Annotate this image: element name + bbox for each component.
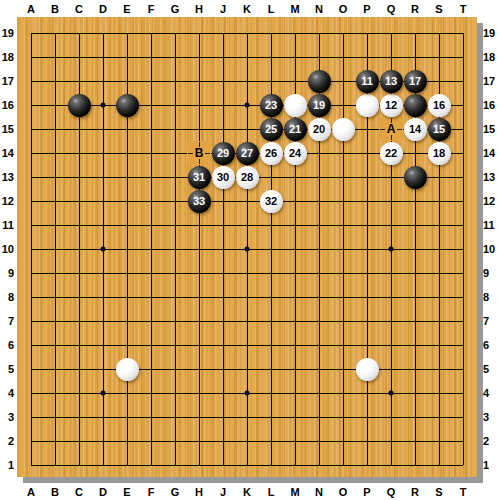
- coord-label-top-G: G: [166, 2, 184, 16]
- stone-white-E5[interactable]: [116, 358, 139, 381]
- move-number: 14: [404, 118, 427, 141]
- stone-white-J13[interactable]: 30: [212, 166, 235, 189]
- stone-black-E16[interactable]: [116, 94, 139, 117]
- move-number: 28: [236, 166, 259, 189]
- move-number: 24: [284, 142, 307, 165]
- move-number: 15: [428, 118, 451, 141]
- move-number: 31: [188, 166, 211, 189]
- move-number: 25: [260, 118, 283, 141]
- coord-label-right-4: 4: [483, 386, 500, 400]
- coord-label-bottom-N: N: [310, 485, 328, 499]
- stone-white-S16[interactable]: 16: [428, 94, 451, 117]
- coord-label-top-C: C: [70, 2, 88, 16]
- stone-white-M14[interactable]: 24: [284, 142, 307, 165]
- coord-label-left-4: 4: [1, 386, 14, 400]
- coord-label-bottom-Q: Q: [382, 485, 400, 499]
- move-number: 32: [260, 190, 283, 213]
- coord-label-left-6: 6: [1, 338, 14, 352]
- star-point-D10: [101, 247, 106, 252]
- coord-label-top-D: D: [94, 2, 112, 16]
- coord-label-bottom-G: G: [166, 485, 184, 499]
- coord-label-bottom-M: M: [286, 485, 304, 499]
- coord-label-left-8: 8: [1, 290, 14, 304]
- move-number: 33: [188, 190, 211, 213]
- coord-label-bottom-B: B: [46, 485, 64, 499]
- coord-label-bottom-R: R: [406, 485, 424, 499]
- coord-label-bottom-E: E: [118, 485, 136, 499]
- coord-label-right-8: 8: [483, 290, 500, 304]
- stone-white-Q16[interactable]: 12: [380, 94, 403, 117]
- coord-label-bottom-J: J: [214, 485, 232, 499]
- coord-label-right-2: 2: [483, 434, 500, 448]
- stone-white-P5[interactable]: [356, 358, 379, 381]
- coord-label-top-T: T: [454, 2, 472, 16]
- stone-black-H12[interactable]: 33: [188, 190, 211, 213]
- stone-white-S14[interactable]: 18: [428, 142, 451, 165]
- star-point-K10: [245, 247, 250, 252]
- move-number: 13: [380, 70, 403, 93]
- coord-label-left-15: 15: [1, 122, 14, 136]
- stone-black-R16[interactable]: [404, 94, 427, 117]
- coord-label-right-14: 14: [483, 146, 500, 160]
- coord-label-bottom-P: P: [358, 485, 376, 499]
- stone-black-J14[interactable]: 29: [212, 142, 235, 165]
- move-number: 27: [236, 142, 259, 165]
- coord-label-right-1: 1: [483, 458, 500, 472]
- stone-black-H13[interactable]: 31: [188, 166, 211, 189]
- stone-white-M16[interactable]: [284, 94, 307, 117]
- move-number: 30: [212, 166, 235, 189]
- coord-label-left-5: 5: [1, 362, 14, 376]
- move-number: 23: [260, 94, 283, 117]
- coord-label-right-6: 6: [483, 338, 500, 352]
- coord-label-right-16: 16: [483, 98, 500, 112]
- move-number: 16: [428, 94, 451, 117]
- coord-label-left-10: 10: [1, 242, 14, 256]
- stone-black-N17[interactable]: [308, 70, 331, 93]
- board-label-A-Q15: A: [379, 117, 403, 141]
- move-number: 29: [212, 142, 235, 165]
- stone-black-Q17[interactable]: 13: [380, 70, 403, 93]
- coord-label-left-17: 17: [1, 74, 14, 88]
- stone-white-O15[interactable]: [332, 118, 355, 141]
- stone-black-M15[interactable]: 21: [284, 118, 307, 141]
- board-label-B-H14: B: [187, 141, 211, 165]
- coord-label-top-R: R: [406, 2, 424, 16]
- stone-white-K13[interactable]: 28: [236, 166, 259, 189]
- coord-label-right-5: 5: [483, 362, 500, 376]
- coord-label-top-P: P: [358, 2, 376, 16]
- star-point-K16: [245, 103, 250, 108]
- move-number: 17: [404, 70, 427, 93]
- coord-label-bottom-S: S: [430, 485, 448, 499]
- board-label-text: B: [187, 141, 211, 165]
- coord-label-top-B: B: [46, 2, 64, 16]
- coord-label-top-E: E: [118, 2, 136, 16]
- board-label-text: A: [379, 117, 403, 141]
- coord-label-left-13: 13: [1, 170, 14, 184]
- coord-label-top-O: O: [334, 2, 352, 16]
- coord-label-bottom-F: F: [142, 485, 160, 499]
- coord-label-left-2: 2: [1, 434, 14, 448]
- move-number: 18: [428, 142, 451, 165]
- coord-label-top-K: K: [238, 2, 256, 16]
- coord-label-bottom-C: C: [70, 485, 88, 499]
- coord-label-left-7: 7: [1, 314, 14, 328]
- stone-white-L12[interactable]: 32: [260, 190, 283, 213]
- coord-label-bottom-T: T: [454, 485, 472, 499]
- coord-label-right-11: 11: [483, 218, 500, 232]
- coord-label-top-Q: Q: [382, 2, 400, 16]
- move-number: 12: [380, 94, 403, 117]
- stone-black-L15[interactable]: 25: [260, 118, 283, 141]
- coord-label-top-F: F: [142, 2, 160, 16]
- move-number: 11: [356, 70, 379, 93]
- coord-label-left-3: 3: [1, 410, 14, 424]
- stone-white-R15[interactable]: 14: [404, 118, 427, 141]
- coord-label-bottom-D: D: [94, 485, 112, 499]
- coord-label-top-J: J: [214, 2, 232, 16]
- stone-white-P16[interactable]: [356, 94, 379, 117]
- move-number: 19: [308, 94, 331, 117]
- coord-label-top-L: L: [262, 2, 280, 16]
- move-number: 21: [284, 118, 307, 141]
- coord-label-right-15: 15: [483, 122, 500, 136]
- stone-black-L16[interactable]: 23: [260, 94, 283, 117]
- coord-label-left-9: 9: [1, 266, 14, 280]
- coord-label-top-H: H: [190, 2, 208, 16]
- coord-label-left-1: 1: [1, 458, 14, 472]
- coord-label-bottom-L: L: [262, 485, 280, 499]
- go-board[interactable]: AB11121314151617181920212223242526272829…: [17, 17, 477, 477]
- go-board-panel: AB11121314151617181920212223242526272829…: [0, 0, 500, 500]
- move-number: 22: [380, 142, 403, 165]
- coord-label-left-19: 19: [1, 26, 14, 40]
- coord-label-top-A: A: [22, 2, 40, 16]
- stone-white-L14[interactable]: 26: [260, 142, 283, 165]
- coord-label-right-13: 13: [483, 170, 500, 184]
- star-point-D4: [101, 391, 106, 396]
- move-number: 20: [308, 118, 331, 141]
- coord-label-right-18: 18: [483, 50, 500, 64]
- coord-label-left-14: 14: [1, 146, 14, 160]
- stone-white-N15[interactable]: 20: [308, 118, 331, 141]
- coord-label-left-12: 12: [1, 194, 14, 208]
- coord-label-right-7: 7: [483, 314, 500, 328]
- move-number: 26: [260, 142, 283, 165]
- coord-label-bottom-A: A: [22, 485, 40, 499]
- coord-label-top-S: S: [430, 2, 448, 16]
- coord-label-bottom-H: H: [190, 485, 208, 499]
- coord-label-right-17: 17: [483, 74, 500, 88]
- stone-black-R17[interactable]: 17: [404, 70, 427, 93]
- stone-white-Q14[interactable]: 22: [380, 142, 403, 165]
- stone-black-R13[interactable]: [404, 166, 427, 189]
- coord-label-bottom-O: O: [334, 485, 352, 499]
- coord-label-left-18: 18: [1, 50, 14, 64]
- coord-label-right-9: 9: [483, 266, 500, 280]
- coord-label-right-3: 3: [483, 410, 500, 424]
- star-point-Q4: [389, 391, 394, 396]
- coord-label-left-11: 11: [1, 218, 14, 232]
- stone-black-S15[interactable]: 15: [428, 118, 451, 141]
- star-point-Q10: [389, 247, 394, 252]
- stone-black-C16[interactable]: [68, 94, 91, 117]
- coord-label-right-12: 12: [483, 194, 500, 208]
- stone-black-N16[interactable]: 19: [308, 94, 331, 117]
- star-point-D16: [101, 103, 106, 108]
- coord-label-right-10: 10: [483, 242, 500, 256]
- stone-black-K14[interactable]: 27: [236, 142, 259, 165]
- coord-label-bottom-K: K: [238, 485, 256, 499]
- coord-label-top-M: M: [286, 2, 304, 16]
- star-point-K4: [245, 391, 250, 396]
- coord-label-right-19: 19: [483, 26, 500, 40]
- coord-label-left-16: 16: [1, 98, 14, 112]
- coord-label-top-N: N: [310, 2, 328, 16]
- stone-black-P17[interactable]: 11: [356, 70, 379, 93]
